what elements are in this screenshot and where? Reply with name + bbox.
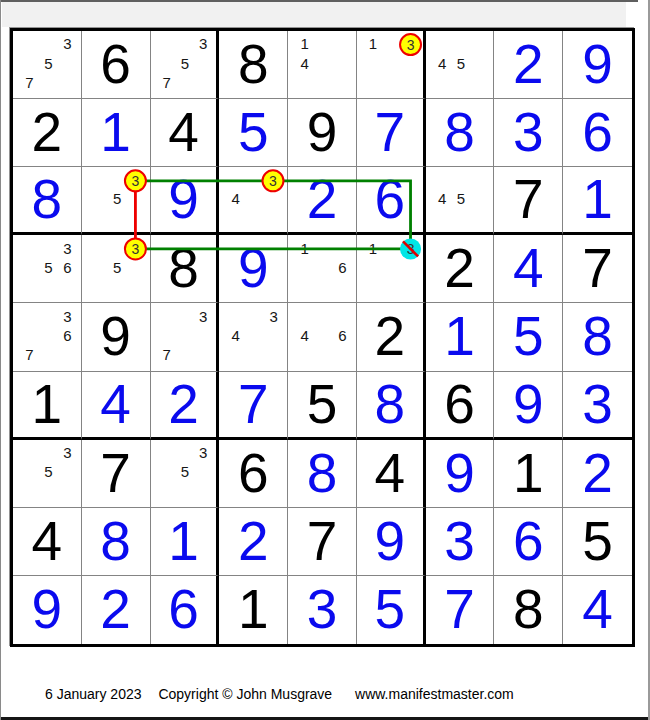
cell-r7c5[interactable]: 8	[288, 440, 357, 508]
cell-r4c7[interactable]: 2	[426, 235, 495, 303]
cell-r1c3[interactable]: 357	[151, 31, 220, 99]
given-digit: 7	[494, 167, 562, 232]
solved-digit: 3	[288, 576, 356, 644]
pencil-marks: 45	[433, 170, 490, 226]
given-digit: 5	[563, 508, 632, 575]
cell-r9c2[interactable]: 2	[82, 576, 151, 644]
solved-digit: 7	[219, 372, 287, 437]
cell-r7c2[interactable]: 7	[82, 440, 151, 508]
cell-r2c7[interactable]: 8	[426, 99, 495, 167]
given-digit: 8	[494, 576, 562, 644]
cell-r9c3[interactable]: 6	[151, 576, 220, 644]
cell-r9c9[interactable]: 4	[563, 576, 632, 644]
cell-r4c3[interactable]: 8	[151, 235, 220, 303]
cell-r5c4[interactable]: 34	[219, 303, 288, 371]
cell-r4c6[interactable]: 13	[357, 235, 426, 303]
pencil-marks: 34	[226, 170, 283, 226]
solved-digit: 6	[151, 576, 217, 644]
cell-r8c1[interactable]: 4	[13, 508, 82, 576]
cell-r1c6[interactable]: 13	[357, 31, 426, 99]
pencil-marks: 14	[295, 34, 352, 92]
solved-digit: 4	[494, 235, 562, 302]
given-digit: 4	[13, 508, 81, 575]
cell-r9c6[interactable]: 5	[357, 576, 426, 644]
cell-r8c5[interactable]: 7	[288, 508, 357, 576]
cell-r1c9[interactable]: 9	[563, 31, 632, 99]
cell-r9c4[interactable]: 1	[219, 576, 288, 644]
cell-r7c8[interactable]: 1	[494, 440, 563, 508]
cell-r3c9[interactable]: 1	[563, 167, 632, 235]
cell-r6c4[interactable]: 7	[219, 372, 288, 440]
cell-r6c7[interactable]: 6	[426, 372, 495, 440]
solved-digit: 1	[82, 99, 150, 166]
cell-r1c7[interactable]: 45	[426, 31, 495, 99]
pencil-marks: 37	[158, 306, 213, 364]
cell-r5c2[interactable]: 9	[82, 303, 151, 371]
cell-r5c6[interactable]: 2	[357, 303, 426, 371]
cell-r5c1[interactable]: 367	[13, 303, 82, 371]
solved-digit: 2	[151, 372, 217, 437]
solved-digit: 7	[357, 99, 423, 166]
cell-r2c6[interactable]: 7	[357, 99, 426, 167]
cell-r9c8[interactable]: 8	[494, 576, 563, 644]
solved-digit: 5	[357, 576, 423, 644]
cell-r6c2[interactable]: 4	[82, 372, 151, 440]
cell-r3c2[interactable]: 35	[82, 167, 151, 235]
cell-r3c7[interactable]: 45	[426, 167, 495, 235]
solved-digit: 3	[426, 508, 494, 575]
given-digit: 7	[82, 440, 150, 507]
cell-r2c9[interactable]: 6	[563, 99, 632, 167]
solved-digit: 5	[219, 99, 287, 166]
given-digit: 6	[82, 31, 150, 98]
footer-copyright: Copyright © John Musgrave	[158, 686, 332, 702]
cell-r3c8[interactable]: 7	[494, 167, 563, 235]
solved-digit: 1	[563, 167, 632, 232]
solved-digit: 9	[13, 576, 81, 644]
given-digit: 9	[288, 99, 356, 166]
given-digit: 8	[151, 235, 217, 302]
cell-r2c3[interactable]: 4	[151, 99, 220, 167]
cell-r9c5[interactable]: 3	[288, 576, 357, 644]
pencil-marks: 45	[433, 34, 490, 92]
pencil-marks: 34	[226, 306, 283, 364]
cell-r4c5[interactable]: 16	[288, 235, 357, 303]
given-digit: 2	[13, 99, 81, 166]
pencil-marks: 357	[158, 34, 213, 92]
solved-digit: 9	[219, 235, 287, 302]
solved-digit: 2	[563, 440, 632, 507]
cell-r5c9[interactable]: 8	[563, 303, 632, 371]
cell-r6c8[interactable]: 9	[494, 372, 563, 440]
solved-digit: 4	[563, 576, 632, 644]
cell-r5c8[interactable]: 5	[494, 303, 563, 371]
given-digit: 8	[219, 31, 287, 98]
cell-r2c5[interactable]: 9	[288, 99, 357, 167]
cell-r2c1[interactable]: 2	[13, 99, 82, 167]
given-digit: 4	[357, 440, 423, 507]
cell-r6c5[interactable]: 5	[288, 372, 357, 440]
solved-digit: 8	[82, 508, 150, 575]
cell-r6c1[interactable]: 1	[13, 372, 82, 440]
pencil-marks: 16	[295, 238, 352, 296]
solved-digit: 9	[357, 508, 423, 575]
pencil-marks: 35	[89, 238, 146, 296]
cell-r6c3[interactable]: 2	[151, 372, 220, 440]
pencil-marks: 35	[158, 443, 213, 501]
cell-r7c1[interactable]: 35	[13, 440, 82, 508]
solved-digit: 5	[494, 303, 562, 370]
pencil-marks: 357	[20, 34, 77, 92]
cell-r3c1[interactable]: 8	[13, 167, 82, 235]
solved-digit: 8	[563, 303, 632, 370]
solved-digit: 2	[288, 167, 356, 232]
solved-digit: 7	[426, 576, 494, 644]
cell-r7c6[interactable]: 4	[357, 440, 426, 508]
sudoku-board: 3576357814134529214597836835934264571356…	[10, 28, 635, 647]
cell-r6c6[interactable]: 8	[357, 372, 426, 440]
cell-r3c6[interactable]: 6	[357, 167, 426, 235]
cell-r1c8[interactable]: 2	[494, 31, 563, 99]
pencil-marks: 13	[364, 34, 419, 92]
cell-r8c4[interactable]: 2	[219, 508, 288, 576]
cell-r4c9[interactable]: 7	[563, 235, 632, 303]
cell-r1c2[interactable]: 6	[82, 31, 151, 99]
given-digit: 5	[288, 372, 356, 437]
given-digit: 1	[13, 372, 81, 437]
solved-digit: 2	[494, 31, 562, 98]
solved-digit: 8	[13, 167, 81, 232]
cell-r4c2[interactable]: 35	[82, 235, 151, 303]
cell-r8c9[interactable]: 5	[563, 508, 632, 576]
solved-digit: 8	[357, 372, 423, 437]
solved-digit: 4	[82, 372, 150, 437]
solved-digit: 2	[82, 576, 150, 644]
pencil-marks: 46	[295, 306, 352, 364]
given-digit: 2	[357, 303, 423, 370]
solved-digit: 3	[563, 372, 632, 437]
cell-r5c3[interactable]: 37	[151, 303, 220, 371]
cell-r4c8[interactable]: 4	[494, 235, 563, 303]
pencil-marks: 13	[364, 238, 419, 296]
cell-r2c8[interactable]: 3	[494, 99, 563, 167]
solved-digit: 9	[563, 31, 632, 98]
cell-r4c1[interactable]: 356	[13, 235, 82, 303]
cell-r1c5[interactable]: 14	[288, 31, 357, 99]
cell-r8c8[interactable]: 6	[494, 508, 563, 576]
cell-r4c4[interactable]: 9	[219, 235, 288, 303]
footer-date: 6 January 2023	[45, 686, 142, 702]
cell-r2c2[interactable]: 1	[82, 99, 151, 167]
cell-r7c9[interactable]: 2	[563, 440, 632, 508]
cell-r5c7[interactable]: 1	[426, 303, 495, 371]
given-digit: 6	[219, 440, 287, 507]
solved-digit: 9	[426, 440, 494, 507]
cell-r8c2[interactable]: 8	[82, 508, 151, 576]
solved-digit: 6	[563, 99, 632, 166]
given-digit: 4	[151, 99, 217, 166]
footer: 6 January 2023 Copyright © John Musgrave…	[45, 686, 514, 702]
pencil-marks: 367	[20, 306, 77, 364]
solved-digit: 1	[426, 303, 494, 370]
cell-r9c1[interactable]: 9	[13, 576, 82, 644]
cell-r3c4[interactable]: 34	[219, 167, 288, 235]
solved-digit: 8	[426, 99, 494, 166]
solved-digit: 2	[219, 508, 287, 575]
cell-r7c4[interactable]: 6	[219, 440, 288, 508]
solved-digit: 1	[151, 508, 217, 575]
pencil-marks: 35	[20, 443, 77, 501]
cell-r6c9[interactable]: 3	[563, 372, 632, 440]
solved-digit: 9	[151, 167, 217, 232]
cell-r5c5[interactable]: 46	[288, 303, 357, 371]
solved-digit: 6	[357, 167, 423, 232]
cell-r1c1[interactable]: 357	[13, 31, 82, 99]
solved-digit: 6	[494, 508, 562, 575]
cell-r9c7[interactable]: 7	[426, 576, 495, 644]
given-digit: 1	[494, 440, 562, 507]
footer-website: www.manifestmaster.com	[355, 686, 514, 702]
given-digit: 9	[82, 303, 150, 370]
cell-r1c4[interactable]: 8	[219, 31, 288, 99]
pencil-marks: 356	[20, 238, 77, 296]
cell-r7c3[interactable]: 35	[151, 440, 220, 508]
solved-digit: 9	[494, 372, 562, 437]
cell-r8c6[interactable]: 9	[357, 508, 426, 576]
given-digit: 6	[426, 372, 494, 437]
given-digit: 7	[563, 235, 632, 302]
pencil-marks: 35	[89, 170, 146, 226]
given-digit: 7	[288, 508, 356, 575]
given-digit: 1	[219, 576, 287, 644]
given-digit: 2	[426, 235, 494, 302]
cell-r2c4[interactable]: 5	[219, 99, 288, 167]
cell-r3c3[interactable]: 9	[151, 167, 220, 235]
title-bar	[2, 2, 626, 27]
cell-r3c5[interactable]: 2	[288, 167, 357, 235]
solved-digit: 3	[494, 99, 562, 166]
cell-r7c7[interactable]: 9	[426, 440, 495, 508]
cell-r8c7[interactable]: 3	[426, 508, 495, 576]
solved-digit: 8	[288, 440, 356, 507]
cell-r8c3[interactable]: 1	[151, 508, 220, 576]
